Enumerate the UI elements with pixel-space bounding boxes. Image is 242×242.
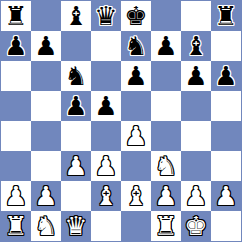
square-d6[interactable] [91, 61, 121, 91]
piece-black-pawn[interactable]: ♟ [154, 33, 177, 59]
piece-white-pawn[interactable]: ♟ [64, 153, 87, 179]
square-b6[interactable] [31, 61, 61, 91]
square-d4[interactable] [91, 121, 121, 151]
piece-white-knight[interactable]: ♞ [34, 213, 57, 239]
chess-board: ♜♝♛♚♜♟♟♞♟♝♞♟♟♟♟♟♟♟♟♞♟♟♝♝♟♟♟♜♞♛♜♚ [0, 0, 242, 242]
square-h6[interactable]: ♟ [211, 61, 241, 91]
piece-black-rook[interactable]: ♜ [214, 3, 237, 29]
square-f7[interactable]: ♟ [151, 31, 181, 61]
square-e1[interactable] [121, 211, 151, 241]
square-b1[interactable]: ♞ [31, 211, 61, 241]
square-g7[interactable]: ♝ [181, 31, 211, 61]
piece-white-king[interactable]: ♚ [184, 213, 207, 239]
piece-white-pawn[interactable]: ♟ [154, 183, 177, 209]
square-g4[interactable] [181, 121, 211, 151]
square-d8[interactable]: ♛ [91, 1, 121, 31]
square-e3[interactable] [121, 151, 151, 181]
square-a6[interactable] [1, 61, 31, 91]
square-f3[interactable]: ♞ [151, 151, 181, 181]
square-g3[interactable] [181, 151, 211, 181]
piece-black-queen[interactable]: ♛ [94, 3, 117, 29]
piece-white-pawn[interactable]: ♟ [184, 183, 207, 209]
piece-white-queen[interactable]: ♛ [64, 213, 87, 239]
square-d1[interactable] [91, 211, 121, 241]
square-g8[interactable] [181, 1, 211, 31]
square-f2[interactable]: ♟ [151, 181, 181, 211]
piece-white-rook[interactable]: ♜ [154, 213, 177, 239]
square-e8[interactable]: ♚ [121, 1, 151, 31]
square-c1[interactable]: ♛ [61, 211, 91, 241]
piece-black-bishop[interactable]: ♝ [64, 3, 87, 29]
square-c4[interactable] [61, 121, 91, 151]
square-a7[interactable]: ♟ [1, 31, 31, 61]
square-f4[interactable] [151, 121, 181, 151]
square-h8[interactable]: ♜ [211, 1, 241, 31]
square-b3[interactable] [31, 151, 61, 181]
piece-white-bishop[interactable]: ♝ [124, 183, 147, 209]
square-a2[interactable]: ♟ [1, 181, 31, 211]
square-f8[interactable] [151, 1, 181, 31]
piece-white-pawn[interactable]: ♟ [124, 123, 147, 149]
square-e6[interactable]: ♟ [121, 61, 151, 91]
square-d2[interactable]: ♝ [91, 181, 121, 211]
square-b8[interactable] [31, 1, 61, 31]
piece-black-knight[interactable]: ♞ [124, 33, 147, 59]
square-h7[interactable] [211, 31, 241, 61]
square-c5[interactable]: ♟ [61, 91, 91, 121]
square-a4[interactable] [1, 121, 31, 151]
square-c8[interactable]: ♝ [61, 1, 91, 31]
piece-black-rook[interactable]: ♜ [4, 3, 27, 29]
square-e5[interactable] [121, 91, 151, 121]
square-h1[interactable] [211, 211, 241, 241]
square-c7[interactable] [61, 31, 91, 61]
square-b7[interactable]: ♟ [31, 31, 61, 61]
square-h2[interactable]: ♟ [211, 181, 241, 211]
piece-black-pawn[interactable]: ♟ [214, 63, 237, 89]
piece-black-king[interactable]: ♚ [124, 3, 147, 29]
piece-black-bishop[interactable]: ♝ [184, 33, 207, 59]
piece-black-pawn[interactable]: ♟ [184, 63, 207, 89]
square-h5[interactable] [211, 91, 241, 121]
piece-black-pawn[interactable]: ♟ [34, 33, 57, 59]
square-e7[interactable]: ♞ [121, 31, 151, 61]
piece-white-knight[interactable]: ♞ [154, 153, 177, 179]
square-a3[interactable] [1, 151, 31, 181]
square-a1[interactable]: ♜ [1, 211, 31, 241]
square-g2[interactable]: ♟ [181, 181, 211, 211]
square-c6[interactable]: ♞ [61, 61, 91, 91]
square-b4[interactable] [31, 121, 61, 151]
square-a5[interactable] [1, 91, 31, 121]
piece-black-pawn[interactable]: ♟ [94, 93, 117, 119]
piece-white-pawn[interactable]: ♟ [34, 183, 57, 209]
square-d3[interactable]: ♟ [91, 151, 121, 181]
square-g6[interactable]: ♟ [181, 61, 211, 91]
piece-black-pawn[interactable]: ♟ [64, 93, 87, 119]
square-f6[interactable] [151, 61, 181, 91]
square-g1[interactable]: ♚ [181, 211, 211, 241]
piece-white-pawn[interactable]: ♟ [94, 153, 117, 179]
square-d5[interactable]: ♟ [91, 91, 121, 121]
square-h4[interactable] [211, 121, 241, 151]
square-b2[interactable]: ♟ [31, 181, 61, 211]
square-h3[interactable] [211, 151, 241, 181]
piece-black-pawn[interactable]: ♟ [124, 63, 147, 89]
square-e4[interactable]: ♟ [121, 121, 151, 151]
square-g5[interactable] [181, 91, 211, 121]
piece-black-knight[interactable]: ♞ [64, 63, 87, 89]
piece-white-pawn[interactable]: ♟ [214, 183, 237, 209]
piece-white-bishop[interactable]: ♝ [94, 183, 117, 209]
square-d7[interactable] [91, 31, 121, 61]
square-b5[interactable] [31, 91, 61, 121]
square-a8[interactable]: ♜ [1, 1, 31, 31]
square-f5[interactable] [151, 91, 181, 121]
piece-black-pawn[interactable]: ♟ [4, 33, 27, 59]
square-f1[interactable]: ♜ [151, 211, 181, 241]
piece-white-rook[interactable]: ♜ [4, 213, 27, 239]
piece-white-pawn[interactable]: ♟ [4, 183, 27, 209]
square-c2[interactable] [61, 181, 91, 211]
square-e2[interactable]: ♝ [121, 181, 151, 211]
square-c3[interactable]: ♟ [61, 151, 91, 181]
